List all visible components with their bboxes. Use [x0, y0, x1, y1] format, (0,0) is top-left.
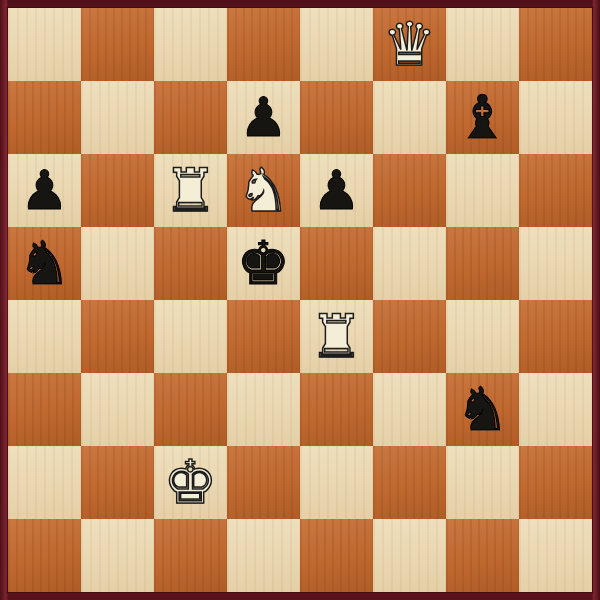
square-d5[interactable]: ♚ [227, 227, 300, 300]
black-pawn-d7[interactable]: ♟ [239, 81, 287, 154]
square-c6[interactable]: ♜ [154, 154, 227, 227]
board-frame: ♛♟♝♟♜♞♟♞♚♜♞♚ [0, 0, 600, 600]
square-e3[interactable] [300, 373, 373, 446]
square-f1[interactable] [373, 519, 446, 592]
square-a4[interactable] [8, 300, 81, 373]
square-a1[interactable] [8, 519, 81, 592]
square-h4[interactable] [519, 300, 592, 373]
square-c1[interactable] [154, 519, 227, 592]
square-a2[interactable] [8, 446, 81, 519]
black-knight-g3[interactable]: ♞ [456, 373, 510, 446]
black-king-d5[interactable]: ♚ [237, 227, 291, 300]
square-a5[interactable]: ♞ [8, 227, 81, 300]
square-c3[interactable] [154, 373, 227, 446]
white-rook-e4[interactable]: ♜ [310, 300, 364, 373]
black-knight-a5[interactable]: ♞ [18, 227, 72, 300]
square-g7[interactable]: ♝ [446, 81, 519, 154]
square-e1[interactable] [300, 519, 373, 592]
square-c5[interactable] [154, 227, 227, 300]
square-e6[interactable]: ♟ [300, 154, 373, 227]
square-e5[interactable] [300, 227, 373, 300]
black-bishop-g7[interactable]: ♝ [456, 81, 510, 154]
square-b6[interactable] [81, 154, 154, 227]
square-g1[interactable] [446, 519, 519, 592]
square-g3[interactable]: ♞ [446, 373, 519, 446]
square-d1[interactable] [227, 519, 300, 592]
white-rook-c6[interactable]: ♜ [164, 154, 218, 227]
square-e4[interactable]: ♜ [300, 300, 373, 373]
square-c2[interactable]: ♚ [154, 446, 227, 519]
square-b5[interactable] [81, 227, 154, 300]
square-e7[interactable] [300, 81, 373, 154]
square-d6[interactable]: ♞ [227, 154, 300, 227]
square-b3[interactable] [81, 373, 154, 446]
square-f4[interactable] [373, 300, 446, 373]
black-pawn-e6[interactable]: ♟ [312, 154, 360, 227]
square-d7[interactable]: ♟ [227, 81, 300, 154]
square-b2[interactable] [81, 446, 154, 519]
square-e2[interactable] [300, 446, 373, 519]
square-b4[interactable] [81, 300, 154, 373]
square-f8[interactable]: ♛ [373, 8, 446, 81]
square-h6[interactable] [519, 154, 592, 227]
square-a3[interactable] [8, 373, 81, 446]
square-d2[interactable] [227, 446, 300, 519]
square-h3[interactable] [519, 373, 592, 446]
square-f5[interactable] [373, 227, 446, 300]
square-d3[interactable] [227, 373, 300, 446]
square-a6[interactable]: ♟ [8, 154, 81, 227]
square-e8[interactable] [300, 8, 373, 81]
chess-board: ♛♟♝♟♜♞♟♞♚♜♞♚ [8, 8, 592, 592]
square-a7[interactable] [8, 81, 81, 154]
square-h8[interactable] [519, 8, 592, 81]
square-d8[interactable] [227, 8, 300, 81]
square-d4[interactable] [227, 300, 300, 373]
square-f7[interactable] [373, 81, 446, 154]
square-f3[interactable] [373, 373, 446, 446]
square-f2[interactable] [373, 446, 446, 519]
square-g8[interactable] [446, 8, 519, 81]
square-c4[interactable] [154, 300, 227, 373]
square-b8[interactable] [81, 8, 154, 81]
square-h5[interactable] [519, 227, 592, 300]
square-b1[interactable] [81, 519, 154, 592]
square-g6[interactable] [446, 154, 519, 227]
square-h1[interactable] [519, 519, 592, 592]
white-queen-f8[interactable]: ♛ [383, 8, 437, 81]
white-king-c2[interactable]: ♚ [164, 446, 218, 519]
square-h7[interactable] [519, 81, 592, 154]
square-c7[interactable] [154, 81, 227, 154]
square-a8[interactable] [8, 8, 81, 81]
white-knight-d6[interactable]: ♞ [237, 154, 291, 227]
black-pawn-a6[interactable]: ♟ [20, 154, 68, 227]
square-g5[interactable] [446, 227, 519, 300]
square-g4[interactable] [446, 300, 519, 373]
square-h2[interactable] [519, 446, 592, 519]
square-g2[interactable] [446, 446, 519, 519]
square-f6[interactable] [373, 154, 446, 227]
square-c8[interactable] [154, 8, 227, 81]
square-b7[interactable] [81, 81, 154, 154]
